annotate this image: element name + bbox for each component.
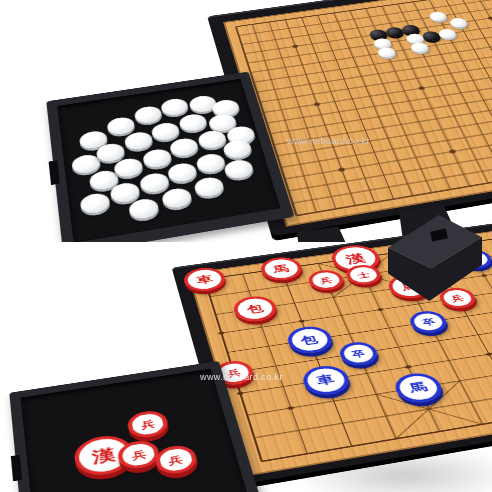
janggi-piece-blue: 卒 — [336, 340, 381, 368]
drawer-go-stone-white — [221, 139, 253, 160]
drawer-go-stone-white — [223, 158, 255, 180]
drawer-go-stone-white — [160, 97, 190, 117]
go-set-scene: www.miboard.co.kr — [0, 0, 492, 242]
go-unit — [48, 0, 492, 242]
drawer-go-stone-white — [167, 162, 199, 184]
janggi-set-scene: 車包馬兵漢士馬兵兵卒包卒卒車馬 漢兵兵兵 www.miboard.co.kr — [0, 215, 492, 492]
drawer-go-stone-white — [141, 148, 172, 170]
janggi-drawer-pieces: 漢兵兵兵 — [27, 373, 242, 492]
drawer-go-stone-white — [113, 157, 144, 179]
janggi-piece-blue: 卒 — [406, 309, 451, 335]
closed-piece-box — [388, 215, 482, 301]
watermark-text: www.miboard.co.kr — [287, 136, 370, 146]
product-photo: www.miboard.co.kr 車包馬兵漢士馬兵兵卒包卒卒車馬 漢兵兵兵 w… — [0, 0, 492, 492]
drawer-go-stone-white — [123, 130, 153, 151]
drawer-go-stone-white — [133, 105, 163, 125]
watermark-text: www.miboard.co.kr — [200, 372, 283, 382]
janggi-piece-red: 兵 — [305, 268, 347, 292]
drawer-handle-notch — [11, 455, 22, 482]
drawer-go-stone-white — [178, 112, 208, 132]
drawer-handle-notch — [49, 160, 60, 185]
drawer-go-stone-white — [80, 191, 112, 215]
janggi-piece-red: 包 — [231, 294, 281, 324]
drawer-go-stone-white — [138, 171, 170, 194]
janggi-piece-blue: 車 — [298, 363, 353, 397]
go-stone-white — [428, 11, 449, 22]
go-stone-white — [376, 46, 397, 58]
drawer-go-stone-white — [151, 121, 181, 142]
drawer-go-stone-white — [161, 187, 193, 210]
drawer-janggi-piece-red: 兵 — [152, 443, 199, 477]
janggi-piece-blue: 馬 — [390, 370, 447, 405]
janggi-piece-blue: 包 — [283, 324, 335, 356]
go-stone-white — [448, 17, 469, 28]
drawer-janggi-piece-red: 兵 — [126, 409, 171, 441]
drawer-go-stone-white — [169, 137, 200, 158]
go-stone-white — [437, 28, 458, 40]
go-stone-white — [409, 42, 430, 54]
drawer-go-stone-white — [195, 152, 227, 174]
drawer-go-stone-white — [193, 176, 226, 199]
